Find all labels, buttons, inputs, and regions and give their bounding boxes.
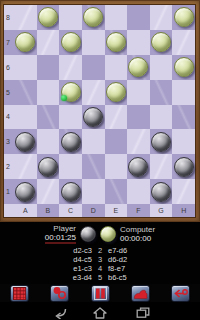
new-game-button[interactable]	[50, 285, 69, 302]
square-c4[interactable]	[59, 105, 82, 130]
square-h6[interactable]	[172, 55, 195, 80]
toolbar	[0, 284, 200, 302]
square-e5[interactable]	[105, 80, 128, 105]
square-g5[interactable]	[150, 80, 173, 105]
square-b2[interactable]	[37, 154, 60, 179]
square-b5[interactable]	[37, 80, 60, 105]
back-icon[interactable]	[52, 305, 68, 320]
square-b8[interactable]	[37, 5, 60, 30]
player-clock: Player 00:01:25	[45, 224, 76, 244]
pause-button[interactable]	[91, 285, 110, 302]
square-a4[interactable]	[14, 105, 37, 130]
file-label-F: F	[127, 204, 150, 217]
menu-button[interactable]	[10, 285, 29, 302]
move-row: d2-c3 2 e7-d6	[0, 246, 200, 255]
undo-button[interactable]	[171, 285, 190, 302]
clock-row: Player 00:01:25 Computer 00:00:00	[0, 222, 200, 244]
computer-time: 00:00:00	[120, 234, 151, 243]
square-f7[interactable]	[127, 30, 150, 55]
square-e7[interactable]	[105, 30, 128, 55]
square-c7[interactable]	[59, 30, 82, 55]
piece-green[interactable]	[128, 57, 148, 77]
square-e4[interactable]	[105, 105, 128, 130]
square-h7[interactable]	[172, 30, 195, 55]
square-d3[interactable]	[82, 129, 105, 154]
rank-label-7: 7	[4, 30, 14, 55]
piece-green[interactable]	[151, 32, 171, 52]
rank-label-8: 8	[4, 5, 14, 30]
last-move-marker	[61, 95, 67, 101]
square-d7[interactable]	[82, 30, 105, 55]
piece-dark[interactable]	[151, 132, 171, 152]
piece-dark[interactable]	[38, 157, 58, 177]
piece-dark[interactable]	[61, 182, 81, 202]
file-label-H: H	[172, 204, 195, 217]
square-f5[interactable]	[127, 80, 150, 105]
computer-label: Computer	[120, 225, 155, 234]
move-number: 4	[92, 264, 108, 273]
home-icon[interactable]	[93, 305, 107, 320]
label-corner	[4, 204, 14, 217]
square-g6[interactable]	[150, 55, 173, 80]
file-label-D: D	[82, 204, 105, 217]
square-c6[interactable]	[59, 55, 82, 80]
file-label-A: A	[14, 204, 37, 217]
move-black: e7-d6	[108, 246, 150, 255]
piece-green[interactable]	[61, 82, 81, 102]
rank-label-6: 6	[4, 55, 14, 80]
move-white: e3-d4	[50, 273, 92, 282]
move-row: d4-c5 3 d6-d2	[0, 255, 200, 264]
board[interactable]: 87654321ABCDEFGH	[3, 4, 196, 218]
square-g7[interactable]	[150, 30, 173, 55]
square-f6[interactable]	[127, 55, 150, 80]
move-number: 3	[92, 255, 108, 264]
piece-green[interactable]	[83, 7, 103, 27]
move-black: b6-c5	[108, 273, 150, 282]
file-label-E: E	[105, 204, 128, 217]
board-frame: 87654321ABCDEFGH	[0, 0, 200, 222]
square-e1[interactable]	[105, 179, 128, 204]
square-c3[interactable]	[59, 129, 82, 154]
square-b3[interactable]	[37, 129, 60, 154]
square-a7[interactable]	[14, 30, 37, 55]
piece-dark[interactable]	[83, 107, 103, 127]
piece-dark[interactable]	[61, 132, 81, 152]
square-b6[interactable]	[37, 55, 60, 80]
file-label-B: B	[37, 204, 60, 217]
rank-label-4: 4	[4, 105, 14, 130]
rank-label-3: 3	[4, 129, 14, 154]
square-c2[interactable]	[59, 154, 82, 179]
player-time: 00:01:25	[45, 233, 76, 244]
android-nav-bar	[0, 302, 200, 320]
rank-label-1: 1	[4, 179, 14, 204]
piece-dark[interactable]	[128, 157, 148, 177]
square-e3[interactable]	[105, 129, 128, 154]
piece-green[interactable]	[174, 7, 194, 27]
rabbit-icon	[133, 287, 148, 300]
square-f4[interactable]	[127, 105, 150, 130]
piece-green[interactable]	[38, 7, 58, 27]
recents-icon[interactable]	[136, 305, 150, 320]
move-black: d6-d2	[108, 255, 150, 264]
piece-green[interactable]	[106, 32, 126, 52]
square-a6[interactable]	[14, 55, 37, 80]
square-a2[interactable]	[14, 154, 37, 179]
square-a3[interactable]	[14, 129, 37, 154]
move-row: e3-d4 5 b6-c5	[0, 273, 200, 282]
square-d1[interactable]	[82, 179, 105, 204]
menu-grid-icon	[13, 287, 26, 300]
piece-dark[interactable]	[15, 182, 35, 202]
square-g8[interactable]	[150, 5, 173, 30]
square-h2[interactable]	[172, 154, 195, 179]
square-h4[interactable]	[172, 105, 195, 130]
square-d5[interactable]	[82, 80, 105, 105]
square-e8[interactable]	[105, 5, 128, 30]
square-c8[interactable]	[59, 5, 82, 30]
move-row: e1-c3 4 f8-e7	[0, 264, 200, 273]
move-white: d2-c3	[50, 246, 92, 255]
square-h5[interactable]	[172, 80, 195, 105]
move-white: d4-c5	[50, 255, 92, 264]
square-h8[interactable]	[172, 5, 195, 30]
piece-green[interactable]	[61, 32, 81, 52]
file-label-C: C	[59, 204, 82, 217]
piece-dark[interactable]	[15, 132, 35, 152]
square-c5[interactable]	[59, 80, 82, 105]
square-b7[interactable]	[37, 30, 60, 55]
square-d8[interactable]	[82, 5, 105, 30]
rank-label-2: 2	[4, 154, 14, 179]
piece-green[interactable]	[106, 82, 126, 102]
move-number: 5	[92, 273, 108, 282]
square-e2[interactable]	[105, 154, 128, 179]
player-piece-icon	[80, 226, 96, 242]
computer-piece-icon	[100, 226, 116, 242]
square-e6[interactable]	[105, 55, 128, 80]
piece-green[interactable]	[174, 57, 194, 77]
piece-green[interactable]	[15, 32, 35, 52]
square-g3[interactable]	[150, 129, 173, 154]
square-g2[interactable]	[150, 154, 173, 179]
square-a8[interactable]	[14, 5, 37, 30]
square-f2[interactable]	[127, 154, 150, 179]
square-a1[interactable]	[14, 179, 37, 204]
square-c1[interactable]	[59, 179, 82, 204]
square-d2[interactable]	[82, 154, 105, 179]
player-label: Player	[53, 224, 76, 233]
square-b4[interactable]	[37, 105, 60, 130]
info-panel: Player 00:01:25 Computer 00:00:00 d2-c3 …	[0, 222, 200, 284]
piece-dark[interactable]	[151, 182, 171, 202]
pause-icon	[94, 287, 107, 300]
two-pieces-icon	[52, 286, 67, 300]
move-number: 2	[92, 246, 108, 255]
move-list[interactable]: d2-c3 2 e7-d6 d4-c5 3 d6-d2 e1-c3 4 f8-e…	[0, 246, 200, 282]
square-f8[interactable]	[127, 5, 150, 30]
move-white: e1-c3	[50, 264, 92, 273]
square-d4[interactable]	[82, 105, 105, 130]
file-label-G: G	[150, 204, 173, 217]
square-b1[interactable]	[37, 179, 60, 204]
square-g1[interactable]	[150, 179, 173, 204]
square-g4[interactable]	[150, 105, 173, 130]
piece-dark[interactable]	[174, 157, 194, 177]
move-black: f8-e7	[108, 264, 150, 273]
rank-label-5: 5	[4, 80, 14, 105]
square-d6[interactable]	[82, 55, 105, 80]
square-f1[interactable]	[127, 179, 150, 204]
square-h1[interactable]	[172, 179, 195, 204]
square-h3[interactable]	[172, 129, 195, 154]
square-a5[interactable]	[14, 80, 37, 105]
square-f3[interactable]	[127, 129, 150, 154]
undo-arrow-icon	[173, 287, 188, 300]
computer-clock: Computer 00:00:00	[120, 225, 155, 243]
computer-move-button[interactable]	[131, 285, 150, 302]
